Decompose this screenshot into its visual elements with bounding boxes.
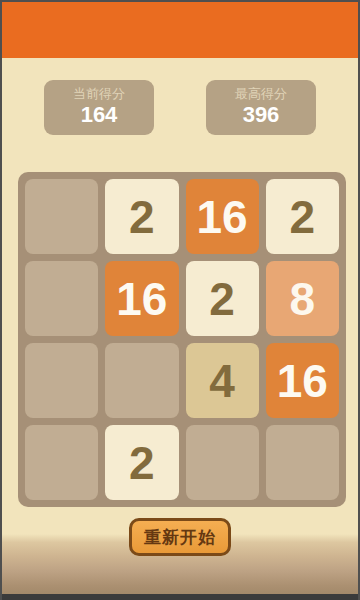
empty-cell-r1-c1: [25, 179, 98, 254]
tile-16-r3-c4: 16: [266, 343, 339, 418]
header-bar: [2, 2, 358, 58]
tile-2-r1-c2: 2: [105, 179, 178, 254]
empty-cell-r4-c3: [186, 425, 259, 500]
score-row: 当前得分 164 最高得分 396: [2, 80, 358, 135]
tile-2-r4-c2: 2: [105, 425, 178, 500]
tile-8-r2-c4: 8: [266, 261, 339, 336]
current-score-value: 164: [81, 102, 118, 128]
tile-16-r2-c2: 16: [105, 261, 178, 336]
current-score-box: 当前得分 164: [44, 80, 154, 135]
tile-2-r2-c3: 2: [186, 261, 259, 336]
best-score-label: 最高得分: [235, 86, 287, 102]
empty-cell-r2-c1: [25, 261, 98, 336]
bottom-edge: [2, 594, 358, 600]
best-score-value: 396: [243, 102, 280, 128]
tile-16-r1-c3: 16: [186, 179, 259, 254]
empty-cell-r3-c2: [105, 343, 178, 418]
app-screen: 当前得分 164 最高得分 396 216216284162 重新开始: [0, 0, 360, 600]
tile-2-r1-c4: 2: [266, 179, 339, 254]
current-score-label: 当前得分: [73, 86, 125, 102]
game-board[interactable]: 216216284162: [18, 172, 346, 507]
best-score-box: 最高得分 396: [206, 80, 316, 135]
tile-4-r3-c3: 4: [186, 343, 259, 418]
restart-button[interactable]: 重新开始: [129, 518, 231, 556]
empty-cell-r4-c4: [266, 425, 339, 500]
empty-cell-r3-c1: [25, 343, 98, 418]
empty-cell-r4-c1: [25, 425, 98, 500]
